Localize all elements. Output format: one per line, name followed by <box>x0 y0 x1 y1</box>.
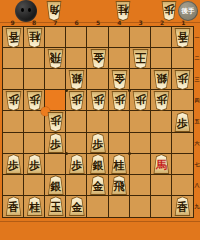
piece-gote-pawn[interactable]: 歩 <box>111 91 128 111</box>
square-1-4[interactable] <box>172 90 193 111</box>
square-8-6[interactable] <box>24 133 45 154</box>
rank-kanji-label: 七 <box>194 161 200 167</box>
rank-coordinate-labels: 一二三四五六七八九 <box>194 26 200 218</box>
piece-kanji: 金 <box>90 175 107 195</box>
piece-sente-knight[interactable]: 桂 <box>111 154 128 174</box>
square-8-8[interactable] <box>24 175 45 196</box>
square-3-6[interactable] <box>130 133 151 154</box>
piece-gote-gold[interactable]: 金 <box>111 70 128 90</box>
piece-kanji: 歩 <box>174 112 191 132</box>
square-4-6[interactable] <box>109 133 130 154</box>
square-2-5[interactable] <box>151 111 172 132</box>
piece-gote-pawn[interactable]: 歩 <box>153 91 170 111</box>
piece-sente-pawn[interactable]: 歩 <box>90 133 107 153</box>
piece-kanji: 歩 <box>5 91 22 111</box>
piece-kanji: 香 <box>5 196 22 216</box>
square-9-8[interactable] <box>3 175 24 196</box>
avatar-eye-icon <box>21 8 24 12</box>
piece-kanji: 香 <box>174 196 191 216</box>
piece-gote-gold[interactable]: 金 <box>90 49 107 69</box>
piece-gote-pawn[interactable]: 歩 <box>47 112 64 132</box>
piece-kanji: 歩 <box>90 91 107 111</box>
square-9-3[interactable] <box>3 69 24 90</box>
piece-sente-lance[interactable]: 香 <box>174 196 191 216</box>
piece-kanji: 歩 <box>5 154 22 174</box>
piece-gote-knight[interactable]: 桂 <box>115 1 131 21</box>
square-7-3[interactable] <box>45 69 66 90</box>
piece-sente-silver[interactable]: 銀 <box>90 154 107 174</box>
square-8-5[interactable] <box>24 111 45 132</box>
piece-kanji: 王 <box>132 49 149 69</box>
piece-kanji: 桂 <box>115 1 131 21</box>
piece-gote-lance[interactable]: 香 <box>5 28 22 48</box>
square-1-7[interactable] <box>172 154 193 175</box>
piece-kanji: 玉 <box>47 196 64 216</box>
square-1-2[interactable] <box>172 48 193 69</box>
square-5-3[interactable] <box>87 69 108 90</box>
piece-kanji: 銀 <box>68 70 85 90</box>
square-2-8[interactable] <box>151 175 172 196</box>
piece-gote-silver[interactable]: 銀 <box>68 70 85 90</box>
square-3-7[interactable] <box>130 154 151 175</box>
piece-kanji: 桂 <box>26 28 43 48</box>
piece-kanji: 歩 <box>47 112 64 132</box>
piece-kanji: 香 <box>174 28 191 48</box>
piece-gote-pawn[interactable]: 歩 <box>174 70 191 90</box>
rank-kanji-label: 八 <box>194 182 200 188</box>
square-2-9[interactable] <box>151 196 172 217</box>
piece-sente-knight[interactable]: 桂 <box>26 196 43 216</box>
piece-kanji: 飛 <box>111 175 128 195</box>
piece-gote-rook[interactable]: 飛 <box>47 49 64 69</box>
avatar-eye-icon <box>28 8 31 12</box>
square-2-2[interactable] <box>151 48 172 69</box>
square-1-8[interactable] <box>172 175 193 196</box>
rank-kanji-label: 九 <box>194 203 200 209</box>
square-7-1[interactable] <box>45 27 66 48</box>
square-9-6[interactable] <box>3 133 24 154</box>
rank-kanji-label: 四 <box>194 97 200 103</box>
piece-gote-pawn[interactable]: 歩 <box>26 91 43 111</box>
piece-sente-promoted-bishop[interactable]: 馬 <box>153 154 170 174</box>
rank-kanji-label: 一 <box>194 34 200 40</box>
square-3-5[interactable] <box>130 111 151 132</box>
rank-kanji-label: 三 <box>194 76 200 82</box>
square-1-6[interactable] <box>172 133 193 154</box>
piece-gote-pawn[interactable]: 歩 <box>5 91 22 111</box>
square-3-1[interactable] <box>130 27 151 48</box>
piece-sente-lance[interactable]: 香 <box>5 196 22 216</box>
piece-kanji: 歩 <box>68 154 85 174</box>
sente-player-bar: 歩2 先手 <box>0 221 200 240</box>
piece-kanji: 角 <box>46 1 62 21</box>
piece-sente-king[interactable]: 玉 <box>47 196 64 216</box>
square-6-1[interactable] <box>66 27 87 48</box>
piece-sente-pawn[interactable]: 歩 <box>68 154 85 174</box>
piece-gote-knight[interactable]: 桂 <box>26 28 43 48</box>
piece-sente-pawn[interactable]: 歩 <box>174 112 191 132</box>
square-6-8[interactable] <box>66 175 87 196</box>
piece-kanji: 香 <box>5 28 22 48</box>
piece-kanji: 歩 <box>90 133 107 153</box>
square-2-1[interactable] <box>151 27 172 48</box>
piece-kanji: 金 <box>111 70 128 90</box>
piece-kanji: 歩 <box>26 154 43 174</box>
piece-gote-pawn[interactable]: 歩 <box>68 91 85 111</box>
piece-gote-bishop[interactable]: 角 <box>46 1 62 21</box>
piece-kanji: 銀 <box>153 70 170 90</box>
piece-gote-king[interactable]: 王 <box>132 49 149 69</box>
square-4-9[interactable] <box>109 196 130 217</box>
piece-kanji: 歩 <box>26 91 43 111</box>
shogi-board: 香桂香飛金王銀金銀歩歩歩歩歩歩歩歩歩歩歩歩歩歩歩銀桂馬銀金飛香桂玉金香 <box>2 26 194 218</box>
piece-sente-gold[interactable]: 金 <box>90 175 107 195</box>
square-5-1[interactable] <box>87 27 108 48</box>
piece-kanji: 銀 <box>47 175 64 195</box>
piece-kanji: 金 <box>90 49 107 69</box>
piece-kanji: 桂 <box>26 196 43 216</box>
piece-kanji: 歩 <box>111 91 128 111</box>
square-9-2[interactable] <box>3 48 24 69</box>
square-3-3[interactable] <box>130 69 151 90</box>
shogi-app: 角桂歩 後手 987654321 香桂香飛金王銀金銀歩歩歩歩歩歩歩歩歩歩歩歩歩歩… <box>0 0 200 240</box>
piece-kanji: 歩 <box>153 91 170 111</box>
square-4-1[interactable] <box>109 27 130 48</box>
square-4-5[interactable] <box>109 111 130 132</box>
square-8-2[interactable] <box>24 48 45 69</box>
square-3-9[interactable] <box>130 196 151 217</box>
piece-kanji: 歩 <box>161 1 177 21</box>
square-8-3[interactable] <box>24 69 45 90</box>
square-7-4[interactable] <box>45 90 66 111</box>
piece-sente-pawn[interactable]: 歩 <box>47 133 64 153</box>
piece-kanji: 金 <box>68 196 85 216</box>
gote-badge: 後手 <box>178 1 198 21</box>
piece-kanji: 歩 <box>132 91 149 111</box>
square-9-5[interactable] <box>3 111 24 132</box>
piece-kanji: 歩 <box>174 70 191 90</box>
piece-sente-silver[interactable]: 銀 <box>47 175 64 195</box>
square-6-2[interactable] <box>66 48 87 69</box>
piece-kanji: 桂 <box>111 154 128 174</box>
square-6-6[interactable] <box>66 133 87 154</box>
rank-kanji-label: 五 <box>194 118 200 124</box>
piece-sente-rook[interactable]: 飛 <box>111 175 128 195</box>
square-5-9[interactable] <box>87 196 108 217</box>
square-2-6[interactable] <box>151 133 172 154</box>
square-6-5[interactable] <box>66 111 87 132</box>
piece-sente-pawn[interactable]: 歩 <box>5 154 22 174</box>
square-3-8[interactable] <box>130 175 151 196</box>
piece-gote-silver[interactable]: 銀 <box>153 70 170 90</box>
piece-kanji: 銀 <box>90 154 107 174</box>
piece-kanji: 飛 <box>47 49 64 69</box>
piece-kanji: 馬 <box>153 154 170 174</box>
square-5-5[interactable] <box>87 111 108 132</box>
rank-kanji-label: 六 <box>194 140 200 146</box>
piece-kanji: 歩 <box>68 91 85 111</box>
piece-kanji: 歩 <box>47 133 64 153</box>
square-4-2[interactable] <box>109 48 130 69</box>
square-7-7[interactable] <box>45 154 66 175</box>
piece-sente-pawn[interactable]: 歩 <box>26 154 43 174</box>
piece-gote-pawn[interactable]: 歩 <box>161 1 177 21</box>
rank-kanji-label: 二 <box>194 55 200 61</box>
piece-gote-pawn[interactable]: 歩 <box>90 91 107 111</box>
piece-sente-gold[interactable]: 金 <box>68 196 85 216</box>
piece-gote-pawn[interactable]: 歩 <box>132 91 149 111</box>
piece-gote-lance[interactable]: 香 <box>174 28 191 48</box>
